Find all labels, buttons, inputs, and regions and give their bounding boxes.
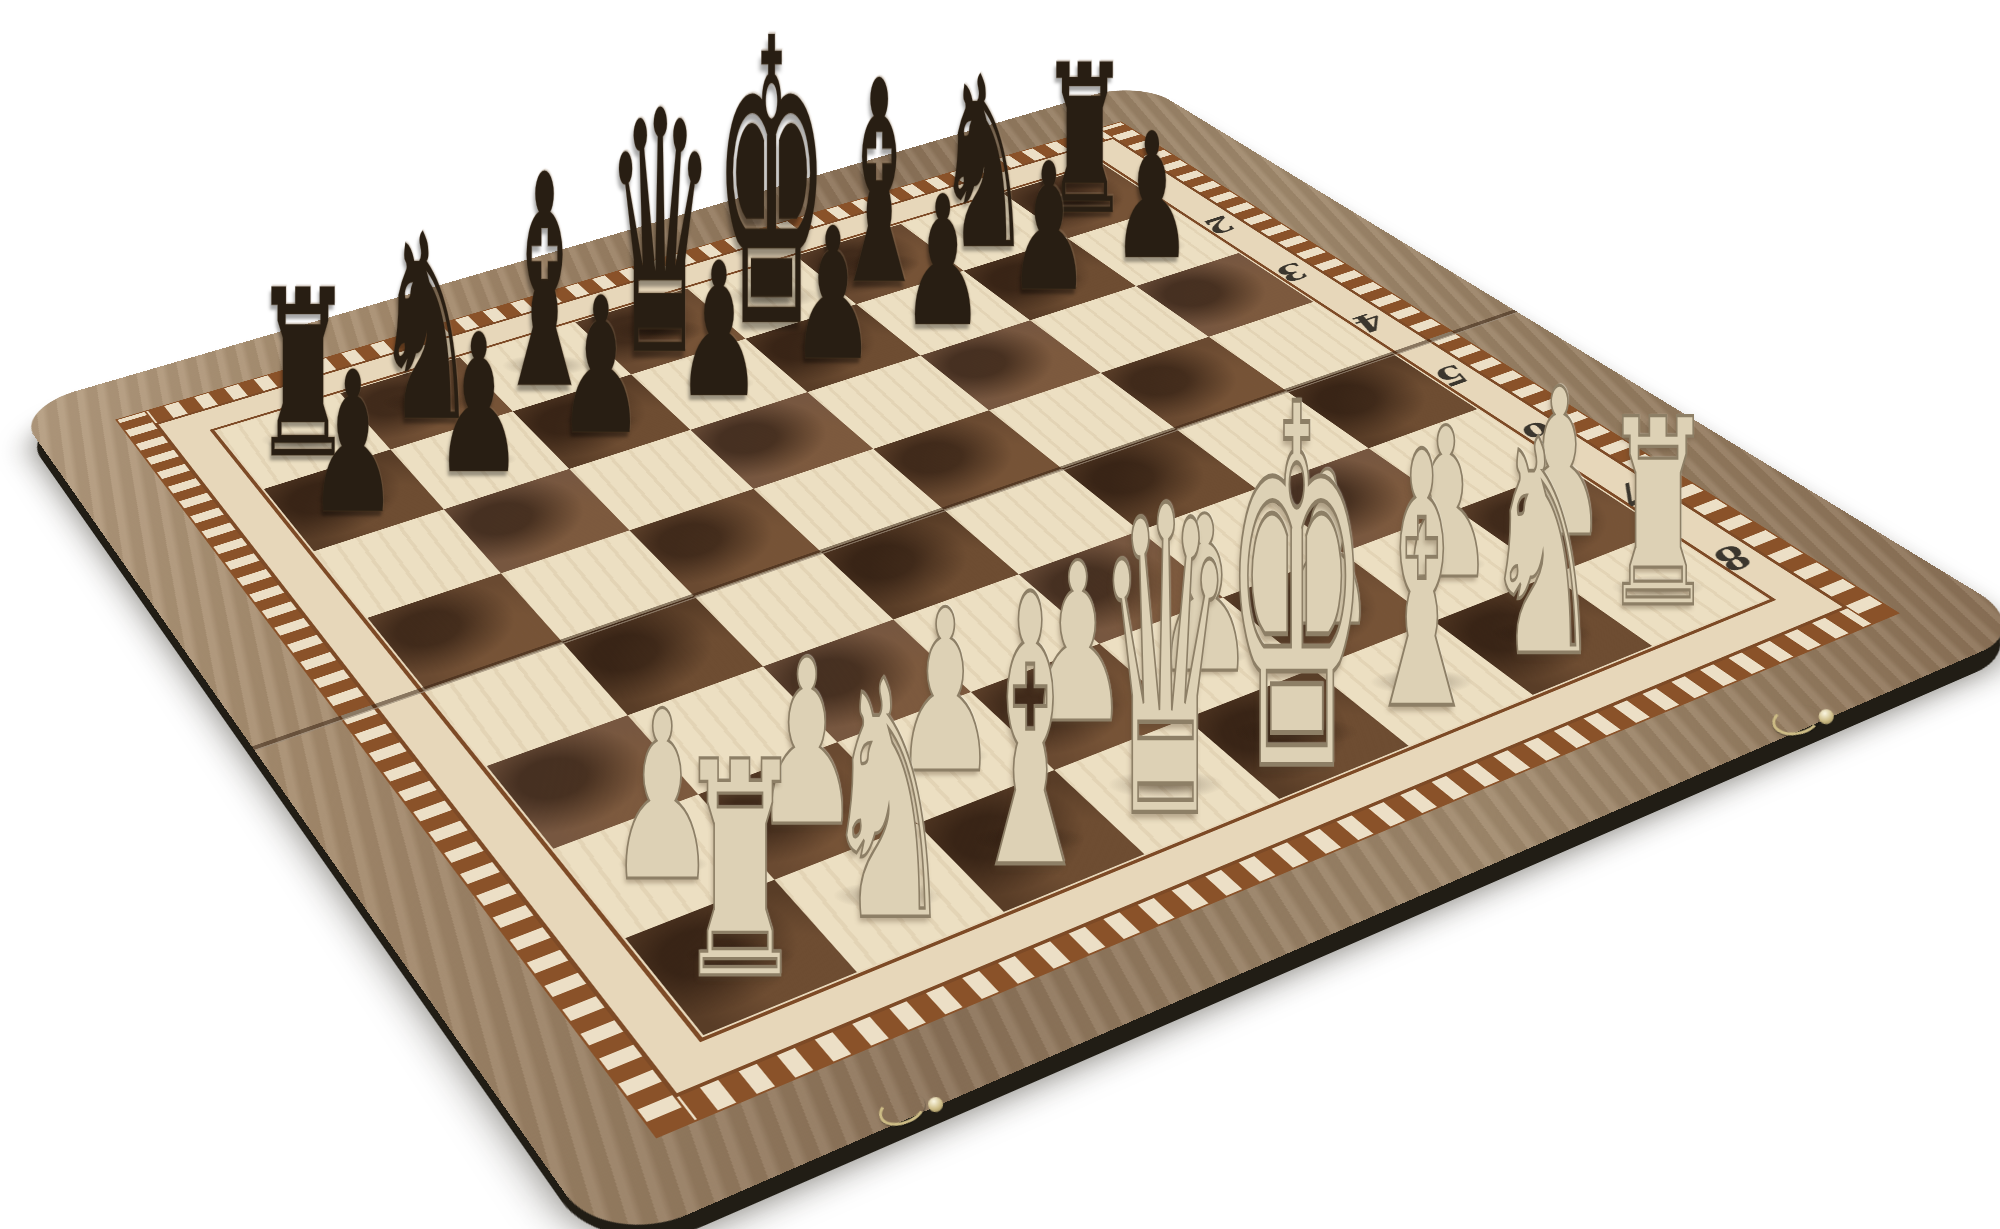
clasp-hook xyxy=(1770,701,1822,739)
piece-dark-pawn[interactable]: ♟ xyxy=(552,273,649,462)
piece-light-knight[interactable]: ♞ xyxy=(815,639,961,968)
piece-dark-pawn[interactable]: ♟ xyxy=(303,347,404,542)
clasp-pin xyxy=(927,1096,944,1113)
piece-light-rook[interactable]: ♜ xyxy=(1596,386,1721,644)
piece-light-knight[interactable]: ♞ xyxy=(1476,402,1608,699)
piece-light-rook[interactable]: ♜ xyxy=(668,723,812,1020)
clasp-hook xyxy=(874,1087,929,1132)
piece-light-queen[interactable]: ♛ xyxy=(1089,453,1243,878)
piece-dark-pawn[interactable]: ♟ xyxy=(785,205,879,387)
piece-dark-pawn[interactable]: ♟ xyxy=(1004,141,1095,318)
clasp-pin xyxy=(1817,708,1835,726)
piece-light-bishop[interactable]: ♝ xyxy=(957,547,1103,921)
piece-dark-pawn[interactable]: ♟ xyxy=(896,172,989,352)
chess-board-photo: 2345678 ♜♞♝♛♚♝♞♜♟♟♟♟♟♟♟♟♟♟♟♟♟♟♟♟♜♞♝♛♚♝♞♜ xyxy=(0,0,2000,1229)
piece-dark-pawn[interactable]: ♟ xyxy=(1108,110,1198,284)
brass-clasp[interactable] xyxy=(875,1083,951,1137)
piece-dark-pawn[interactable]: ♟ xyxy=(671,238,767,424)
piece-dark-pawn[interactable]: ♟ xyxy=(430,309,529,501)
